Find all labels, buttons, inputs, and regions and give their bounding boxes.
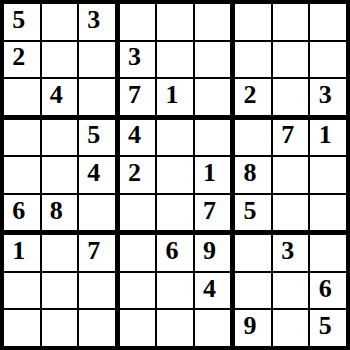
sudoku-box-9: 3695: [235, 235, 346, 346]
cell-r9c2[interactable]: [42, 310, 78, 346]
cell-r7c6[interactable]: 9: [195, 235, 231, 271]
cell-r3c4[interactable]: 7: [120, 79, 156, 115]
cell-digit: 3: [87, 7, 100, 33]
cell-r2c8[interactable]: [273, 42, 309, 78]
cell-digit: 7: [128, 82, 141, 108]
cell-digit: 5: [319, 313, 332, 339]
cell-digit: 1: [165, 82, 178, 108]
cell-r5c8[interactable]: [273, 157, 309, 193]
cell-r2c4[interactable]: 3: [120, 42, 156, 78]
cell-r5c6[interactable]: 1: [195, 157, 231, 193]
cell-r8c1[interactable]: [4, 273, 40, 309]
sudoku-box-8: 694: [120, 235, 231, 346]
cell-digit: 7: [87, 238, 100, 264]
cell-r9c3[interactable]: [79, 310, 115, 346]
cell-r6c4[interactable]: [120, 195, 156, 231]
sudoku-box-1: 5324: [4, 4, 115, 115]
cell-r7c4[interactable]: [120, 235, 156, 271]
cell-r5c2[interactable]: [42, 157, 78, 193]
cell-r6c2[interactable]: 8: [42, 195, 78, 231]
cell-r7c2[interactable]: [42, 235, 78, 271]
cell-r6c8[interactable]: [273, 195, 309, 231]
cell-digit: 2: [128, 160, 141, 186]
cell-r8c4[interactable]: [120, 273, 156, 309]
cell-r3c1[interactable]: [4, 79, 40, 115]
cell-digit: 7: [281, 122, 294, 148]
cell-digit: 1: [319, 122, 332, 148]
cell-r6c5[interactable]: [157, 195, 193, 231]
cell-r3c7[interactable]: 2: [235, 79, 271, 115]
cell-r8c6[interactable]: 4: [195, 273, 231, 309]
cell-digit: 2: [12, 44, 25, 70]
cell-r1c2[interactable]: [42, 4, 78, 40]
cell-r8c3[interactable]: [79, 273, 115, 309]
cell-r3c9[interactable]: 3: [310, 79, 346, 115]
cell-r4c2[interactable]: [42, 120, 78, 156]
cell-digit: 6: [12, 198, 25, 224]
cell-r4c8[interactable]: 7: [273, 120, 309, 156]
cell-r4c9[interactable]: 1: [310, 120, 346, 156]
cell-r8c8[interactable]: [273, 273, 309, 309]
cell-r1c1[interactable]: 5: [4, 4, 40, 40]
cell-digit: 5: [12, 7, 25, 33]
cell-r2c9[interactable]: [310, 42, 346, 78]
cell-r7c8[interactable]: 3: [273, 235, 309, 271]
cell-digit: 4: [203, 276, 216, 302]
cell-digit: 4: [128, 122, 141, 148]
cell-digit: 4: [50, 82, 63, 108]
cell-r4c1[interactable]: [4, 120, 40, 156]
cell-r1c6[interactable]: [195, 4, 231, 40]
cell-digit: 8: [244, 160, 257, 186]
cell-r9c9[interactable]: 5: [310, 310, 346, 346]
cell-r6c6[interactable]: 7: [195, 195, 231, 231]
sudoku-board: 532437123546842177185176943695: [0, 0, 350, 350]
cell-r1c8[interactable]: [273, 4, 309, 40]
cell-r4c3[interactable]: 5: [79, 120, 115, 156]
sudoku-box-2: 371: [120, 4, 231, 115]
cell-r1c5[interactable]: [157, 4, 193, 40]
cell-r5c9[interactable]: [310, 157, 346, 193]
cell-digit: 9: [244, 313, 257, 339]
cell-r9c1[interactable]: [4, 310, 40, 346]
cell-r9c4[interactable]: [120, 310, 156, 346]
cell-digit: 8: [50, 198, 63, 224]
cell-r3c8[interactable]: [273, 79, 309, 115]
cell-r2c2[interactable]: [42, 42, 78, 78]
cell-digit: 9: [203, 238, 216, 264]
cell-r3c3[interactable]: [79, 79, 115, 115]
cell-r5c7[interactable]: 8: [235, 157, 271, 193]
cell-r9c6[interactable]: [195, 310, 231, 346]
cell-r2c5[interactable]: [157, 42, 193, 78]
cell-r9c7[interactable]: 9: [235, 310, 271, 346]
cell-r1c7[interactable]: [235, 4, 271, 40]
cell-r2c3[interactable]: [79, 42, 115, 78]
cell-r7c1[interactable]: 1: [4, 235, 40, 271]
sudoku-box-4: 5468: [4, 120, 115, 231]
cell-r2c7[interactable]: [235, 42, 271, 78]
cell-r5c5[interactable]: [157, 157, 193, 193]
sudoku-box-6: 7185: [235, 120, 346, 231]
cell-digit: 5: [87, 122, 100, 148]
cell-r6c3[interactable]: [79, 195, 115, 231]
cell-r3c6[interactable]: [195, 79, 231, 115]
cell-r2c6[interactable]: [195, 42, 231, 78]
cell-digit: 3: [281, 238, 294, 264]
cell-r9c8[interactable]: [273, 310, 309, 346]
sudoku-box-7: 17: [4, 235, 115, 346]
cell-r4c7[interactable]: [235, 120, 271, 156]
cell-r3c5[interactable]: 1: [157, 79, 193, 115]
cell-digit: 6: [165, 238, 178, 264]
cell-r7c7[interactable]: [235, 235, 271, 271]
cell-digit: 1: [203, 160, 216, 186]
cell-digit: 2: [244, 82, 257, 108]
cell-digit: 5: [244, 198, 257, 224]
cell-r1c3[interactable]: 3: [79, 4, 115, 40]
cell-r1c9[interactable]: [310, 4, 346, 40]
cell-digit: 4: [87, 160, 100, 186]
cell-r6c9[interactable]: [310, 195, 346, 231]
cell-r9c5[interactable]: [157, 310, 193, 346]
sudoku-box-5: 4217: [120, 120, 231, 231]
cell-digit: 3: [319, 82, 332, 108]
cell-r6c1[interactable]: 6: [4, 195, 40, 231]
cell-digit: 1: [12, 238, 25, 264]
cell-r4c6[interactable]: [195, 120, 231, 156]
cell-r6c7[interactable]: 5: [235, 195, 271, 231]
sudoku-box-3: 23: [235, 4, 346, 115]
cell-r7c9[interactable]: [310, 235, 346, 271]
cell-digit: 7: [203, 198, 216, 224]
cell-r7c3[interactable]: 7: [79, 235, 115, 271]
cell-r7c5[interactable]: 6: [157, 235, 193, 271]
cell-r4c4[interactable]: 4: [120, 120, 156, 156]
cell-r2c1[interactable]: 2: [4, 42, 40, 78]
cell-r8c2[interactable]: [42, 273, 78, 309]
cell-r8c5[interactable]: [157, 273, 193, 309]
cell-r4c5[interactable]: [157, 120, 193, 156]
cell-r5c1[interactable]: [4, 157, 40, 193]
cell-r5c3[interactable]: 4: [79, 157, 115, 193]
cell-digit: 6: [319, 276, 332, 302]
cell-digit: 3: [128, 44, 141, 70]
cell-r3c2[interactable]: 4: [42, 79, 78, 115]
cell-r1c4[interactable]: [120, 4, 156, 40]
cell-r5c4[interactable]: 2: [120, 157, 156, 193]
cell-r8c7[interactable]: [235, 273, 271, 309]
cell-r8c9[interactable]: 6: [310, 273, 346, 309]
